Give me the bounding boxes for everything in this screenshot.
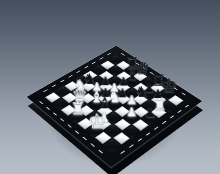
raised-white-tile: [60, 105, 76, 116]
white-pawn: ♟: [125, 94, 138, 105]
scene-3d: ♜♛♜♚♝♟♟♟♞♜♟♟♟♟♟♞♟♟♞♟♞♝♝♛♟♜♚: [0, 0, 220, 174]
square-g7: ♟: [149, 94, 167, 106]
raised-white-tile: [98, 82, 114, 92]
raised-white-tile: [115, 94, 131, 105]
raised-white-tile: [168, 95, 184, 106]
photo-stage: ♜♛♜♚♝♟♟♟♞♜♟♟♟♟♟♞♟♟♞♟♞♝♝♛♟♜♚: [0, 0, 220, 174]
